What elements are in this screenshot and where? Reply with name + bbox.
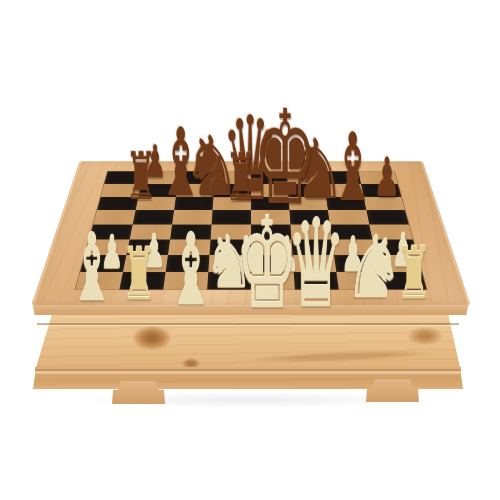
piece-light-queen-f1[interactable]: ♛ <box>286 203 346 325</box>
piece-light-bishop-a1[interactable]: ♝ <box>69 222 115 315</box>
product-photo-scene: ♟♝♞♛♞♝♟♚♜♟♜♟♟♟♟♟♟♞♞♝♜♝♚♛♜ <box>0 0 500 500</box>
piece-dark-pawn-h8[interactable]: ♟ <box>374 151 401 205</box>
piece-light-rook-h1[interactable]: ♜ <box>396 237 432 309</box>
piece-light-knight-g1[interactable]: ♞ <box>344 224 404 310</box>
wood-knot-left <box>133 326 171 350</box>
box-base-molding <box>35 367 461 376</box>
piece-dark-rook-a7[interactable]: ♜ <box>125 144 157 209</box>
piece-light-rook-b1[interactable]: ♜ <box>121 238 157 310</box>
piece-light-bishop-c1[interactable]: ♝ <box>167 220 216 319</box>
wood-knot-right <box>408 327 442 345</box>
